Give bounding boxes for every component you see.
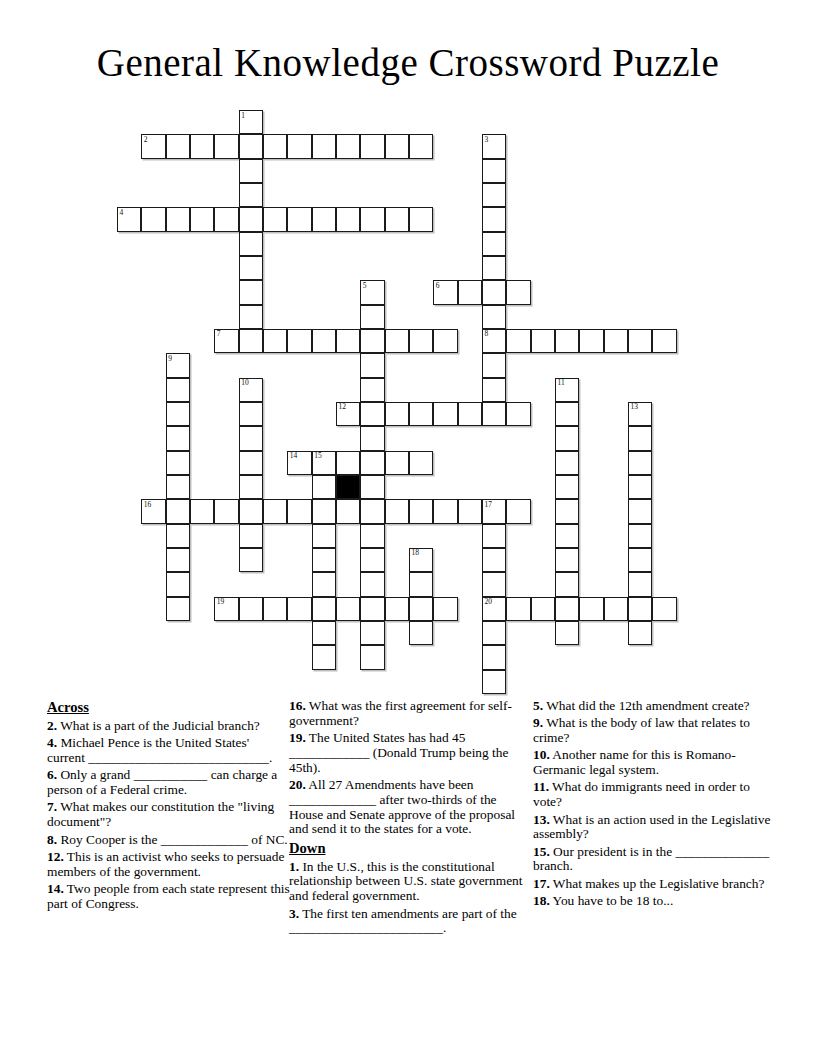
- grid-cell[interactable]: [506, 402, 530, 426]
- grid-cell[interactable]: [166, 426, 190, 450]
- grid-cell[interactable]: [482, 548, 506, 572]
- grid-cell[interactable]: [360, 621, 384, 645]
- clue-number-14: 14: [290, 452, 298, 460]
- grid-cell[interactable]: [482, 645, 506, 669]
- grid-cell[interactable]: [458, 402, 482, 426]
- grid-cell[interactable]: [555, 475, 579, 499]
- grid-cell[interactable]: [239, 451, 263, 475]
- grid-cell[interactable]: [263, 329, 287, 353]
- grid-cell[interactable]: [482, 305, 506, 329]
- grid-cell[interactable]: [166, 378, 190, 402]
- clue-number-12: 12: [338, 403, 346, 411]
- grid-cell[interactable]: [360, 524, 384, 548]
- grid-cell[interactable]: [239, 548, 263, 572]
- clue-number-6: 6: [436, 282, 440, 290]
- clue-number-10: 10: [241, 379, 249, 387]
- grid-cell[interactable]: [482, 353, 506, 377]
- clue-13: 13. What is an action used in the Legisl…: [533, 813, 771, 843]
- grid-cell[interactable]: [409, 134, 433, 158]
- grid-cell[interactable]: [360, 134, 384, 158]
- grid-cell[interactable]: [506, 597, 530, 621]
- grid-cell[interactable]: [166, 499, 190, 523]
- grid-cell[interactable]: [555, 499, 579, 523]
- grid-cell[interactable]: [482, 232, 506, 256]
- grid-cell[interactable]: [409, 451, 433, 475]
- clue-number-20: 20: [484, 598, 492, 606]
- grid-cell[interactable]: [360, 402, 384, 426]
- grid-cell[interactable]: [263, 597, 287, 621]
- grid-cell[interactable]: [239, 524, 263, 548]
- grid-cell[interactable]: [506, 329, 530, 353]
- grid-cell[interactable]: [239, 183, 263, 207]
- grid-cell[interactable]: [555, 572, 579, 596]
- grid-cell[interactable]: [336, 451, 360, 475]
- grid-cell[interactable]: [360, 305, 384, 329]
- clue-5: 5. What did the 12th amendment create?: [533, 699, 771, 714]
- grid-cell[interactable]: [628, 524, 652, 548]
- grid-cell[interactable]: [652, 329, 676, 353]
- grid-cell[interactable]: [409, 572, 433, 596]
- grid-cell[interactable]: [190, 134, 214, 158]
- grid-cell[interactable]: [628, 548, 652, 572]
- grid-cell[interactable]: [555, 597, 579, 621]
- grid-cell[interactable]: [482, 378, 506, 402]
- clues-column-middle: 16. What was the first agreement for sel…: [289, 699, 530, 939]
- grid-cell[interactable]: [166, 572, 190, 596]
- clue-16: 16. What was the first agreement for sel…: [289, 699, 530, 729]
- grid-cell[interactable]: [482, 159, 506, 183]
- grid-cell[interactable]: [239, 232, 263, 256]
- crossword-page: General Knowledge Crossword Puzzle 12345…: [0, 0, 816, 1056]
- grid-cell[interactable]: [555, 451, 579, 475]
- grid-cell[interactable]: [166, 451, 190, 475]
- grid-cell[interactable]: [239, 329, 263, 353]
- grid-cell[interactable]: [263, 207, 287, 231]
- grid-cell[interactable]: [239, 207, 263, 231]
- grid-cell[interactable]: [312, 207, 336, 231]
- grid-cell[interactable]: [482, 572, 506, 596]
- clue-4: 4. Michael Pence is the United States' c…: [47, 736, 290, 766]
- grid-cell[interactable]: [531, 597, 555, 621]
- clues-header-across: Across: [47, 699, 290, 716]
- grid-cell[interactable]: [385, 451, 409, 475]
- grid-cell[interactable]: [239, 134, 263, 158]
- grid-cell[interactable]: [458, 499, 482, 523]
- grid-cell[interactable]: [190, 499, 214, 523]
- grid-cell[interactable]: [385, 329, 409, 353]
- grid-cell[interactable]: [385, 402, 409, 426]
- grid-cell[interactable]: [360, 329, 384, 353]
- grid-cell[interactable]: [385, 597, 409, 621]
- grid-cell[interactable]: [360, 548, 384, 572]
- grid-cell[interactable]: [628, 451, 652, 475]
- clues-column-right: 5. What did the 12th amendment create?9.…: [533, 699, 771, 911]
- grid-cell[interactable]: [482, 183, 506, 207]
- grid-cell[interactable]: [628, 475, 652, 499]
- grid-cell[interactable]: [604, 597, 628, 621]
- grid-cell[interactable]: [360, 597, 384, 621]
- grid-cell[interactable]: [166, 402, 190, 426]
- grid-cell[interactable]: [555, 402, 579, 426]
- grid-cell[interactable]: [287, 499, 311, 523]
- clue-number-1: 1: [241, 112, 245, 120]
- grid-cell[interactable]: [312, 572, 336, 596]
- grid-cell[interactable]: [579, 597, 603, 621]
- clue-7: 7. What makes our constitution the "livi…: [47, 800, 290, 830]
- grid-cell[interactable]: [141, 207, 165, 231]
- grid-cell[interactable]: [385, 134, 409, 158]
- grid-cell[interactable]: [239, 305, 263, 329]
- grid-cell[interactable]: [360, 572, 384, 596]
- clue-number-11: 11: [557, 379, 564, 387]
- grid-cell[interactable]: [214, 499, 238, 523]
- grid-cell[interactable]: [506, 499, 530, 523]
- grid-cell[interactable]: [312, 621, 336, 645]
- grid-cell[interactable]: [433, 402, 457, 426]
- grid-cell[interactable]: [409, 597, 433, 621]
- grid-cell[interactable]: [166, 524, 190, 548]
- grid-cell[interactable]: [360, 475, 384, 499]
- grid-cell[interactable]: [336, 329, 360, 353]
- black-cell: [336, 475, 360, 499]
- grid-cell[interactable]: [214, 207, 238, 231]
- clue-15: 15. Our president is in the ____________…: [533, 845, 771, 875]
- grid-cell[interactable]: [312, 134, 336, 158]
- grid-cell[interactable]: [360, 353, 384, 377]
- grid-cell[interactable]: [433, 499, 457, 523]
- clue-10: 10. Another name for this is Romano-Germ…: [533, 748, 771, 778]
- grid-cell[interactable]: [604, 329, 628, 353]
- clue-19: 19. The United States has had 45 _______…: [289, 731, 530, 775]
- grid-cell[interactable]: [312, 475, 336, 499]
- grid-cell[interactable]: [360, 451, 384, 475]
- grid-cell[interactable]: [409, 402, 433, 426]
- clue-number-5: 5: [363, 282, 367, 290]
- clue-8: 8. Roy Cooper is the _____________ of NC…: [47, 833, 290, 848]
- grid-cell[interactable]: [555, 621, 579, 645]
- clue-number-15: 15: [314, 452, 322, 460]
- clue-number-8: 8: [484, 330, 488, 338]
- grid-cell[interactable]: [312, 499, 336, 523]
- grid-cell[interactable]: [239, 475, 263, 499]
- grid-cell[interactable]: [482, 670, 506, 694]
- grid-cell[interactable]: [287, 597, 311, 621]
- grid-cell[interactable]: [385, 207, 409, 231]
- grid-cell[interactable]: [166, 207, 190, 231]
- grid-cell[interactable]: [239, 280, 263, 304]
- grid-cell[interactable]: [482, 280, 506, 304]
- grid-cell[interactable]: [287, 134, 311, 158]
- grid-cell[interactable]: [433, 597, 457, 621]
- grid-cell[interactable]: [360, 645, 384, 669]
- clue-number-17: 17: [484, 501, 492, 509]
- clue-17: 17. What makes up the Legislative branch…: [533, 877, 771, 892]
- clues-column-left: Across2. What is a part of the Judicial …: [47, 699, 290, 914]
- clue-number-2: 2: [144, 136, 148, 144]
- grid-cell[interactable]: [239, 256, 263, 280]
- clue-number-16: 16: [144, 501, 152, 509]
- clue-3: 3. The first ten amendments are part of …: [289, 907, 530, 937]
- clue-20: 20. All 27 Amendments have been ________…: [289, 778, 530, 837]
- clues-header-down: Down: [289, 840, 530, 857]
- clue-11: 11. What do immigrants need in order to …: [533, 780, 771, 810]
- grid-cell[interactable]: [628, 621, 652, 645]
- grid-cell[interactable]: [263, 499, 287, 523]
- grid-cell[interactable]: [555, 524, 579, 548]
- grid-cell[interactable]: [506, 280, 530, 304]
- grid-cell[interactable]: [360, 207, 384, 231]
- clue-6: 6. Only a grand ___________ can charge a…: [47, 768, 290, 798]
- grid-cell[interactable]: [239, 597, 263, 621]
- grid-cell[interactable]: [166, 475, 190, 499]
- grid-cell[interactable]: [385, 499, 409, 523]
- clue-number-18: 18: [411, 549, 419, 557]
- clue-18: 18. You have to be 18 to...: [533, 894, 771, 909]
- grid-cell[interactable]: [409, 329, 433, 353]
- clue-12: 12. This is an activist who seeks to per…: [47, 850, 290, 880]
- grid-cell[interactable]: [239, 402, 263, 426]
- grid-cell[interactable]: [312, 329, 336, 353]
- grid-cell[interactable]: [409, 499, 433, 523]
- clue-1: 1. In the U.S., this is the constitution…: [289, 860, 530, 904]
- grid-cell[interactable]: [166, 597, 190, 621]
- grid-cell[interactable]: [409, 621, 433, 645]
- grid-cell[interactable]: [628, 572, 652, 596]
- grid-cell[interactable]: [482, 256, 506, 280]
- clue-2: 2. What is a part of the Judicial branch…: [47, 719, 290, 734]
- grid-cell[interactable]: [336, 134, 360, 158]
- grid-cell[interactable]: [312, 548, 336, 572]
- grid-cell[interactable]: [531, 329, 555, 353]
- grid-cell[interactable]: [360, 499, 384, 523]
- grid-cell[interactable]: [287, 207, 311, 231]
- clue-number-4: 4: [120, 209, 124, 217]
- grid-cell[interactable]: [628, 329, 652, 353]
- grid-cell[interactable]: [336, 207, 360, 231]
- grid-cell[interactable]: [579, 329, 603, 353]
- grid-cell[interactable]: [652, 597, 676, 621]
- grid-cell[interactable]: [287, 329, 311, 353]
- grid-cell[interactable]: [628, 426, 652, 450]
- grid-cell[interactable]: [166, 134, 190, 158]
- grid-cell[interactable]: [336, 597, 360, 621]
- grid-cell[interactable]: [312, 645, 336, 669]
- grid-cell[interactable]: [482, 621, 506, 645]
- grid-cell[interactable]: [555, 548, 579, 572]
- grid-cell[interactable]: [312, 597, 336, 621]
- clue-14: 14. Two people from each state represent…: [47, 882, 290, 912]
- grid-cell[interactable]: [433, 329, 457, 353]
- crossword-grid: 1234567891011121314151617181920: [117, 110, 677, 694]
- clue-number-9: 9: [168, 355, 172, 363]
- clue-number-13: 13: [630, 403, 638, 411]
- grid-cell[interactable]: [628, 499, 652, 523]
- grid-cell[interactable]: [312, 524, 336, 548]
- clue-number-7: 7: [217, 330, 221, 338]
- puzzle-title: General Knowledge Crossword Puzzle: [0, 40, 816, 85]
- clue-9: 9. What is the body of law that relates …: [533, 716, 771, 746]
- grid-cell[interactable]: [458, 280, 482, 304]
- grid-cell[interactable]: [336, 499, 360, 523]
- grid-cell[interactable]: [482, 402, 506, 426]
- grid-cell[interactable]: [239, 426, 263, 450]
- grid-cell[interactable]: [239, 159, 263, 183]
- grid-cell[interactable]: [360, 426, 384, 450]
- grid-cell[interactable]: [482, 207, 506, 231]
- grid-cell[interactable]: [239, 499, 263, 523]
- grid-cell[interactable]: [263, 134, 287, 158]
- grid-cell[interactable]: [360, 378, 384, 402]
- grid-cell[interactable]: [190, 207, 214, 231]
- grid-cell[interactable]: [628, 597, 652, 621]
- clue-number-19: 19: [217, 598, 225, 606]
- grid-cell[interactable]: [482, 524, 506, 548]
- grid-cell[interactable]: [409, 207, 433, 231]
- grid-cell[interactable]: [166, 548, 190, 572]
- grid-cell[interactable]: [555, 426, 579, 450]
- grid-cell[interactable]: [214, 134, 238, 158]
- grid-cell[interactable]: [555, 329, 579, 353]
- clue-number-3: 3: [484, 136, 488, 144]
